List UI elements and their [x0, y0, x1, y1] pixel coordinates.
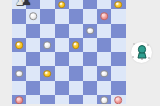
sparkle-dot	[148, 57, 150, 59]
black-pawn-icon: ♟	[21, 0, 27, 8]
board-square[interactable]	[26, 52, 40, 66]
board-square[interactable]	[69, 9, 83, 23]
board-square[interactable]	[83, 66, 97, 80]
board-square[interactable]	[12, 81, 26, 95]
board-square[interactable]	[40, 9, 54, 23]
board-square[interactable]	[69, 66, 83, 80]
board-square[interactable]	[97, 66, 111, 80]
board-square[interactable]	[55, 52, 69, 66]
board-square[interactable]	[111, 81, 125, 95]
board-square[interactable]	[12, 52, 26, 66]
board-square[interactable]	[83, 0, 97, 9]
board-square[interactable]	[40, 66, 54, 80]
white-marble[interactable]	[100, 96, 108, 104]
board-square[interactable]	[40, 38, 54, 52]
white-marble[interactable]	[86, 27, 94, 35]
board-square[interactable]	[97, 24, 111, 38]
board-square[interactable]	[69, 52, 83, 66]
white-marble[interactable]	[29, 13, 37, 21]
board-square[interactable]	[97, 9, 111, 23]
board-square[interactable]	[83, 24, 97, 38]
board-square[interactable]	[97, 0, 111, 9]
board-square[interactable]	[69, 24, 83, 38]
white-marble[interactable]	[100, 70, 108, 78]
board-square[interactable]	[26, 38, 40, 52]
yellow-marble[interactable]	[15, 41, 23, 49]
board-square[interactable]	[26, 24, 40, 38]
board-square[interactable]	[111, 0, 125, 9]
board-square[interactable]	[12, 38, 26, 52]
board-square[interactable]	[40, 24, 54, 38]
board-square[interactable]	[111, 38, 125, 52]
sparkle-dot	[132, 56, 134, 58]
board-square[interactable]	[69, 38, 83, 52]
pawn-pair-icon[interactable]: ♟♟	[15, 0, 28, 7]
board-square[interactable]	[83, 52, 97, 66]
teal-sprite-icon	[136, 45, 148, 60]
board-square[interactable]	[97, 52, 111, 66]
board-square[interactable]	[12, 24, 26, 38]
board-square[interactable]	[97, 38, 111, 52]
pink-marble[interactable]	[15, 96, 23, 104]
board-square[interactable]	[83, 38, 97, 52]
board-square[interactable]	[55, 9, 69, 23]
board-square[interactable]	[83, 81, 97, 95]
app-background: { "game": "marble checkerboard puzzle (u…	[0, 0, 160, 106]
board-square[interactable]	[69, 81, 83, 95]
board-square[interactable]	[40, 81, 54, 95]
board-square[interactable]	[26, 66, 40, 80]
board-square[interactable]	[111, 52, 125, 66]
board-square[interactable]	[26, 9, 40, 23]
board-square[interactable]	[55, 66, 69, 80]
bottom-margin	[0, 104, 160, 106]
board-square[interactable]	[111, 66, 125, 80]
yellow-marble[interactable]	[58, 1, 66, 9]
board-square[interactable]	[83, 9, 97, 23]
yellow-marble[interactable]	[44, 70, 52, 78]
board-square[interactable]	[97, 81, 111, 95]
board-square[interactable]	[111, 9, 125, 23]
green-character-token[interactable]	[131, 42, 152, 63]
board-square[interactable]	[40, 0, 54, 9]
board-square[interactable]	[12, 66, 26, 80]
board-square[interactable]	[26, 81, 40, 95]
board-square[interactable]	[40, 52, 54, 66]
board-square[interactable]	[55, 81, 69, 95]
board-square[interactable]	[69, 0, 83, 9]
board-square[interactable]	[55, 24, 69, 38]
yellow-marble[interactable]	[115, 1, 123, 9]
white-marble[interactable]	[44, 41, 52, 49]
board-square[interactable]	[55, 38, 69, 52]
board-square[interactable]	[111, 24, 125, 38]
yellow-marble[interactable]	[72, 41, 80, 49]
pink-marble[interactable]	[115, 96, 123, 104]
board-square[interactable]	[26, 0, 40, 9]
board-square[interactable]	[55, 0, 69, 9]
game-board	[12, 0, 126, 105]
pink-marble[interactable]	[100, 13, 108, 21]
board-square[interactable]	[12, 9, 26, 23]
white-marble[interactable]	[15, 70, 23, 78]
